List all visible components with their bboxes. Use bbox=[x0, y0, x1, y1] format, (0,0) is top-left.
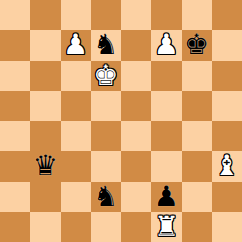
square-c7[interactable]: ♟ bbox=[61, 30, 91, 60]
square-h4[interactable] bbox=[212, 121, 242, 151]
square-a3[interactable] bbox=[0, 151, 30, 181]
square-b5[interactable] bbox=[30, 91, 60, 121]
square-g4[interactable] bbox=[182, 121, 212, 151]
square-e6[interactable] bbox=[121, 61, 151, 91]
piece-black-king[interactable]: ♚ bbox=[184, 31, 209, 59]
square-c2[interactable] bbox=[61, 182, 91, 212]
square-f2[interactable]: ♟ bbox=[151, 182, 181, 212]
square-g2[interactable] bbox=[182, 182, 212, 212]
piece-white-bishop[interactable]: ♝ bbox=[214, 152, 239, 180]
square-b8[interactable] bbox=[30, 0, 60, 30]
square-e3[interactable] bbox=[121, 151, 151, 181]
square-b7[interactable] bbox=[30, 30, 60, 60]
piece-white-pawn[interactable]: ♟ bbox=[154, 31, 179, 59]
square-g1[interactable] bbox=[182, 212, 212, 242]
square-c5[interactable] bbox=[61, 91, 91, 121]
piece-black-knight[interactable]: ♞ bbox=[93, 183, 118, 211]
chess-board: ♟♞♟♚♚♛♝♞♟♜ bbox=[0, 0, 242, 242]
square-f6[interactable] bbox=[151, 61, 181, 91]
square-g8[interactable] bbox=[182, 0, 212, 30]
square-c3[interactable] bbox=[61, 151, 91, 181]
square-c6[interactable] bbox=[61, 61, 91, 91]
square-h7[interactable] bbox=[212, 30, 242, 60]
square-g5[interactable] bbox=[182, 91, 212, 121]
square-h3[interactable]: ♝ bbox=[212, 151, 242, 181]
square-h8[interactable] bbox=[212, 0, 242, 30]
square-g7[interactable]: ♚ bbox=[182, 30, 212, 60]
square-c8[interactable] bbox=[61, 0, 91, 30]
square-e8[interactable] bbox=[121, 0, 151, 30]
square-a5[interactable] bbox=[0, 91, 30, 121]
square-a7[interactable] bbox=[0, 30, 30, 60]
square-h6[interactable] bbox=[212, 61, 242, 91]
piece-white-king[interactable]: ♚ bbox=[93, 62, 118, 90]
square-e5[interactable] bbox=[121, 91, 151, 121]
square-e1[interactable] bbox=[121, 212, 151, 242]
square-e7[interactable] bbox=[121, 30, 151, 60]
square-h5[interactable] bbox=[212, 91, 242, 121]
square-a8[interactable] bbox=[0, 0, 30, 30]
square-h1[interactable] bbox=[212, 212, 242, 242]
square-a2[interactable] bbox=[0, 182, 30, 212]
piece-black-queen[interactable]: ♛ bbox=[33, 152, 58, 180]
square-b6[interactable] bbox=[30, 61, 60, 91]
square-d1[interactable] bbox=[91, 212, 121, 242]
square-f8[interactable] bbox=[151, 0, 181, 30]
square-b2[interactable] bbox=[30, 182, 60, 212]
square-f5[interactable] bbox=[151, 91, 181, 121]
square-b3[interactable]: ♛ bbox=[30, 151, 60, 181]
square-e2[interactable] bbox=[121, 182, 151, 212]
square-d2[interactable]: ♞ bbox=[91, 182, 121, 212]
square-d8[interactable] bbox=[91, 0, 121, 30]
square-d7[interactable]: ♞ bbox=[91, 30, 121, 60]
piece-black-knight[interactable]: ♞ bbox=[93, 31, 118, 59]
square-d6[interactable]: ♚ bbox=[91, 61, 121, 91]
square-f3[interactable] bbox=[151, 151, 181, 181]
square-a1[interactable] bbox=[0, 212, 30, 242]
square-c4[interactable] bbox=[61, 121, 91, 151]
square-f4[interactable] bbox=[151, 121, 181, 151]
square-g3[interactable] bbox=[182, 151, 212, 181]
square-f1[interactable]: ♜ bbox=[151, 212, 181, 242]
square-f7[interactable]: ♟ bbox=[151, 30, 181, 60]
piece-black-pawn[interactable]: ♟ bbox=[154, 183, 179, 211]
square-g6[interactable] bbox=[182, 61, 212, 91]
square-d4[interactable] bbox=[91, 121, 121, 151]
square-a4[interactable] bbox=[0, 121, 30, 151]
square-d5[interactable] bbox=[91, 91, 121, 121]
piece-white-rook[interactable]: ♜ bbox=[154, 213, 179, 241]
square-d3[interactable] bbox=[91, 151, 121, 181]
square-e4[interactable] bbox=[121, 121, 151, 151]
square-h2[interactable] bbox=[212, 182, 242, 212]
square-a6[interactable] bbox=[0, 61, 30, 91]
square-b1[interactable] bbox=[30, 212, 60, 242]
square-b4[interactable] bbox=[30, 121, 60, 151]
piece-white-pawn[interactable]: ♟ bbox=[63, 31, 88, 59]
square-c1[interactable] bbox=[61, 212, 91, 242]
